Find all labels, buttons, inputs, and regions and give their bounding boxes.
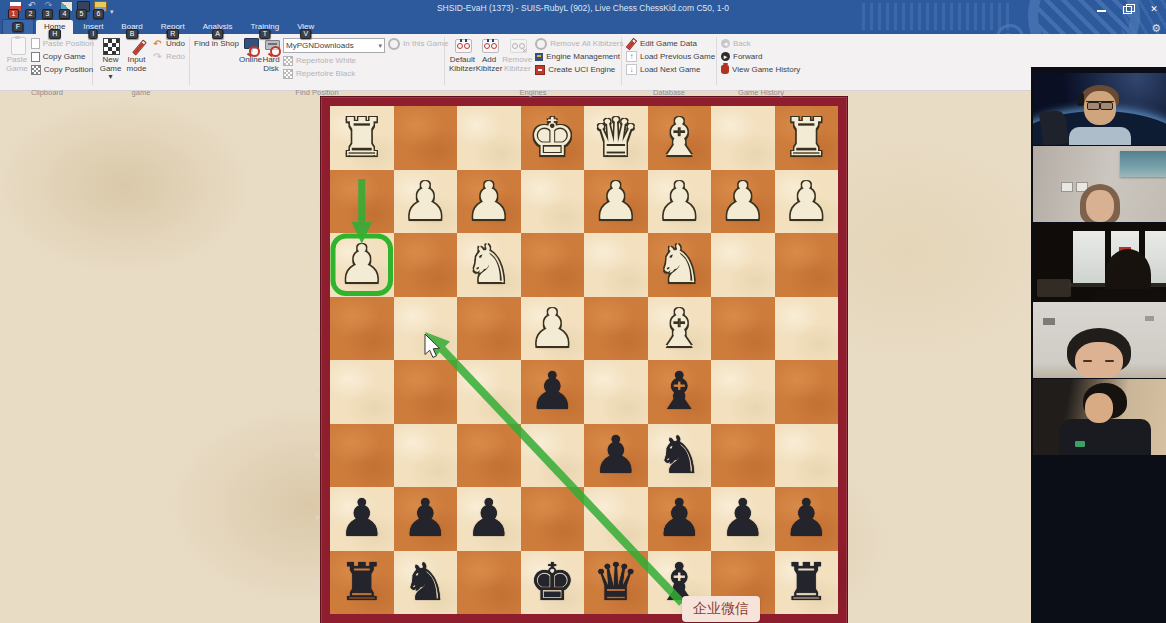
square-h8[interactable]: ♜ bbox=[330, 551, 394, 615]
qat-button-1[interactable]: 1 bbox=[8, 1, 21, 19]
square-c6[interactable]: ♞ bbox=[648, 424, 712, 488]
default-kibitzer-label: Default Kibitzer bbox=[449, 56, 476, 73]
eye bbox=[1105, 360, 1114, 362]
ribbon-tabs: F HomeH InsertI BoardB ReportR AnalysisA… bbox=[2, 19, 322, 34]
quick-access-toolbar: 1 ↶2 ↷3 4 5 6 ▾ bbox=[8, 1, 114, 19]
square-d7[interactable] bbox=[584, 487, 648, 551]
black-pawn: ♟ bbox=[592, 424, 639, 487]
back-button[interactable]: ◂Back bbox=[721, 38, 800, 49]
ring-decoration bbox=[996, 24, 1024, 34]
square-a6[interactable] bbox=[775, 424, 839, 488]
edit-game-data-button[interactable]: Edit Game Data bbox=[626, 38, 715, 49]
group-game: New Game ▾ Input mode ↶Undo ↷Redo game bbox=[94, 35, 188, 98]
kibitzer-remove-icon: ✕ bbox=[510, 39, 527, 53]
repertoire-white-button[interactable]: Repertoire White bbox=[283, 55, 385, 66]
close-button[interactable]: ✕ bbox=[1148, 4, 1160, 14]
arrow-up-icon: ↑ bbox=[626, 51, 637, 62]
board-grid: ♜♚♛♝♜♟♟♟♟♟♟♟♞♞♟♝♟♝♟♞♟♟♟♟♟♟♜♞♚♛♝♜ bbox=[330, 106, 838, 614]
participant-shoulder bbox=[1093, 289, 1166, 301]
white-pawn: ♟ bbox=[656, 170, 703, 233]
find-in-shop-button[interactable]: Find in Shop bbox=[194, 38, 239, 49]
undo-button[interactable]: ↶Undo bbox=[152, 38, 185, 49]
square-g7[interactable]: ♟ bbox=[394, 487, 458, 551]
copy-position-button[interactable]: Copy Position bbox=[31, 64, 94, 75]
white-pawn: ♟ bbox=[783, 170, 830, 233]
qat-keytip-5: 5 bbox=[76, 9, 87, 19]
ribbon: Paste Game Paste Position Copy Game Copy… bbox=[0, 34, 1166, 91]
paste-position-button[interactable]: Paste Position bbox=[31, 38, 94, 49]
qat-keytip-4: 4 bbox=[59, 9, 70, 19]
tab-board-keytip: B bbox=[126, 29, 138, 39]
white-pawn: ♟ bbox=[719, 170, 766, 233]
add-kibitzer-button[interactable]: Add Kibitzer bbox=[476, 36, 503, 73]
group-separator bbox=[716, 37, 717, 85]
square-h3[interactable]: ♟ bbox=[330, 233, 394, 297]
tab-insert-keytip: I bbox=[89, 29, 98, 39]
online-button[interactable]: Online bbox=[239, 36, 262, 65]
white-pawn: ♟ bbox=[465, 170, 512, 233]
video-thumbnail-5[interactable] bbox=[1033, 379, 1166, 455]
black-rook: ♜ bbox=[783, 551, 830, 614]
square-g6[interactable] bbox=[394, 424, 458, 488]
white-pawn: ♟ bbox=[592, 170, 639, 233]
square-f6[interactable] bbox=[457, 424, 521, 488]
arrow-down-icon: ↓ bbox=[626, 64, 637, 75]
white-bishop: ♝ bbox=[656, 106, 703, 169]
glasses bbox=[1086, 101, 1114, 109]
square-h6[interactable] bbox=[330, 424, 394, 488]
video-panel bbox=[1031, 67, 1166, 623]
participant-jacket bbox=[1059, 419, 1151, 455]
chevron-down-icon: ▾ bbox=[379, 42, 383, 50]
square-a4[interactable] bbox=[775, 297, 839, 361]
square-h2[interactable] bbox=[330, 170, 394, 234]
new-game-button[interactable]: New Game ▾ bbox=[97, 36, 124, 82]
square-b4[interactable] bbox=[711, 297, 775, 361]
window-controls: ✕ bbox=[1096, 4, 1160, 14]
tab-insert[interactable]: InsertI bbox=[75, 20, 111, 34]
white-pawn: ♟ bbox=[529, 297, 576, 360]
view-game-history-button[interactable]: View Game History bbox=[721, 64, 800, 75]
black-pawn: ♟ bbox=[719, 487, 766, 550]
square-g5[interactable] bbox=[394, 360, 458, 424]
square-b6[interactable] bbox=[711, 424, 775, 488]
title-bar: 1 ↶2 ↷3 4 5 6 ▾ SHSID-EvaH (1373) - SUIS… bbox=[0, 0, 1166, 34]
kibitzer-add-icon bbox=[482, 39, 499, 53]
square-d2[interactable]: ♟ bbox=[584, 170, 648, 234]
participant-shirt bbox=[1069, 127, 1131, 145]
remove-kibitzer-label: Remove Kibitzer bbox=[502, 56, 532, 73]
qat-button-4[interactable]: 4 bbox=[59, 1, 72, 19]
square-c1[interactable]: ♝ bbox=[648, 106, 712, 170]
kibitzer-icon bbox=[455, 39, 472, 53]
copy-icon bbox=[31, 52, 40, 62]
qat-button-6[interactable]: 6 bbox=[93, 1, 106, 19]
new-game-label: New Game ▾ bbox=[97, 56, 124, 82]
rank-label-5: 5 bbox=[314, 388, 321, 395]
square-g1[interactable] bbox=[394, 106, 458, 170]
white-king: ♚ bbox=[529, 106, 576, 169]
square-c4[interactable]: ♝ bbox=[648, 297, 712, 361]
input-mode-label: Input mode bbox=[124, 56, 149, 73]
rank-label-8: 8 bbox=[314, 579, 321, 586]
paste-game-button[interactable]: Paste Game bbox=[6, 36, 28, 73]
repertoire-black-button[interactable]: Repertoire Black bbox=[283, 68, 385, 79]
square-d1[interactable]: ♛ bbox=[584, 106, 648, 170]
back-circle-icon: ◂ bbox=[721, 39, 730, 48]
white-knight: ♞ bbox=[465, 233, 512, 296]
qat-button-5[interactable]: 5 bbox=[76, 1, 89, 19]
uci-engine-icon bbox=[535, 65, 545, 75]
square-e5[interactable]: ♟ bbox=[521, 360, 585, 424]
load-previous-game-button[interactable]: ↑Load Previous Game bbox=[626, 51, 715, 62]
square-d8[interactable]: ♛ bbox=[584, 551, 648, 615]
black-rook: ♜ bbox=[338, 551, 385, 614]
square-e2[interactable] bbox=[521, 170, 585, 234]
copy-game-button[interactable]: Copy Game bbox=[31, 51, 94, 62]
redo-button[interactable]: ↷Redo bbox=[152, 51, 185, 62]
database-group-label: Database bbox=[623, 88, 715, 97]
square-e3[interactable] bbox=[521, 233, 585, 297]
participant-face bbox=[1086, 190, 1114, 222]
rank-label-3: 3 bbox=[314, 261, 321, 268]
magnifier-icon bbox=[270, 46, 281, 57]
square-c3[interactable]: ♞ bbox=[648, 233, 712, 297]
add-kibitzer-label: Add Kibitzer bbox=[476, 56, 503, 73]
clipboard-group-label: Clipboard bbox=[3, 88, 91, 97]
default-kibitzer-button[interactable]: Default Kibitzer bbox=[449, 36, 476, 73]
video-thumbnail-3[interactable] bbox=[1033, 223, 1166, 301]
white-rook: ♜ bbox=[783, 106, 830, 169]
mini-board-icon bbox=[283, 69, 293, 79]
group-database: Edit Game Data ↑Load Previous Game ↓Load… bbox=[623, 35, 715, 98]
black-bishop: ♝ bbox=[656, 360, 703, 423]
square-a8[interactable]: ♜ bbox=[775, 551, 839, 615]
group-find-position: Find in Shop Online Hard Disk MyPGNDownl… bbox=[191, 35, 443, 98]
window-pane bbox=[1073, 231, 1105, 283]
pencil-icon bbox=[132, 39, 147, 55]
forward-button[interactable]: ▸Forward bbox=[721, 51, 800, 62]
edit-pencil-icon bbox=[626, 37, 638, 49]
wall-object bbox=[1043, 318, 1055, 325]
square-e7[interactable] bbox=[521, 487, 585, 551]
search-icon bbox=[388, 38, 400, 50]
minimize-button[interactable] bbox=[1096, 4, 1108, 14]
square-d3[interactable] bbox=[584, 233, 648, 297]
white-pawn: ♟ bbox=[402, 170, 449, 233]
tab-training-keytip: T bbox=[259, 29, 270, 39]
kibitzers-icon bbox=[535, 38, 547, 50]
tab-analysis[interactable]: AnalysisA bbox=[195, 20, 241, 34]
create-uci-engine-button[interactable]: Create UCI Engine bbox=[535, 64, 623, 75]
engines-group-label: Engines bbox=[446, 88, 620, 97]
tab-view-keytip: V bbox=[300, 29, 312, 39]
white-pawn: ♟ bbox=[338, 233, 385, 296]
input-mode-button[interactable]: Input mode bbox=[124, 36, 149, 73]
wechat-work-watermark: 企业微信 bbox=[682, 596, 760, 622]
black-pawn: ♟ bbox=[783, 487, 830, 550]
square-g3[interactable] bbox=[394, 233, 458, 297]
engine-management-icon bbox=[535, 53, 543, 61]
square-g4[interactable] bbox=[394, 297, 458, 361]
mini-board-icon bbox=[283, 56, 293, 66]
square-d6[interactable]: ♟ bbox=[584, 424, 648, 488]
black-pawn: ♟ bbox=[656, 487, 703, 550]
square-a5[interactable] bbox=[775, 360, 839, 424]
square-e6[interactable] bbox=[521, 424, 585, 488]
white-knight: ♞ bbox=[656, 233, 703, 296]
black-pawn: ♟ bbox=[338, 487, 385, 550]
square-b2[interactable]: ♟ bbox=[711, 170, 775, 234]
square-f5[interactable] bbox=[457, 360, 521, 424]
forward-circle-icon: ▸ bbox=[721, 52, 730, 61]
square-e4[interactable]: ♟ bbox=[521, 297, 585, 361]
copy-position-icon bbox=[31, 65, 41, 75]
square-f3[interactable]: ♞ bbox=[457, 233, 521, 297]
square-e1[interactable]: ♚ bbox=[521, 106, 585, 170]
square-f7[interactable]: ♟ bbox=[457, 487, 521, 551]
qat-keytip-3: 3 bbox=[42, 9, 53, 19]
group-game-history: ◂Back ▸Forward View Game History Game Hi… bbox=[718, 35, 804, 98]
qat-button-2[interactable]: ↶2 bbox=[25, 1, 38, 19]
square-h4[interactable] bbox=[330, 297, 394, 361]
eye bbox=[1083, 360, 1092, 362]
pgn-database-combobox[interactable]: MyPGNDownloads ▾ bbox=[283, 38, 385, 53]
qat-keytip-6: 6 bbox=[93, 9, 104, 19]
engine-management-button[interactable]: Engine Management bbox=[535, 51, 623, 62]
square-f8[interactable] bbox=[457, 551, 521, 615]
clipboard-icon bbox=[11, 37, 26, 55]
square-e8[interactable]: ♚ bbox=[521, 551, 585, 615]
tab-home-keytip: H bbox=[49, 29, 61, 39]
game-history-group-label: Game History bbox=[718, 88, 804, 97]
tab-report[interactable]: ReportR bbox=[153, 20, 193, 34]
black-queen: ♛ bbox=[592, 551, 639, 614]
square-a2[interactable]: ♟ bbox=[775, 170, 839, 234]
file-menu-button[interactable]: F bbox=[2, 19, 34, 34]
square-a3[interactable] bbox=[775, 233, 839, 297]
square-d4[interactable] bbox=[584, 297, 648, 361]
square-h1[interactable]: ♜ bbox=[330, 106, 394, 170]
screen: 1 ↶2 ↷3 4 5 6 ▾ SHSID-EvaH (1373) - SUIS… bbox=[0, 0, 1166, 623]
window-title: SHSID-EvaH (1373) - SUIS-RubyL (902), Li… bbox=[0, 3, 1166, 13]
square-h7[interactable]: ♟ bbox=[330, 487, 394, 551]
square-c5[interactable]: ♝ bbox=[648, 360, 712, 424]
square-c2[interactable]: ♟ bbox=[648, 170, 712, 234]
square-f4[interactable] bbox=[457, 297, 521, 361]
hard-disk-button[interactable]: Hard Disk bbox=[262, 36, 280, 73]
qat-keytip-1: 1 bbox=[8, 9, 19, 19]
white-queen: ♛ bbox=[592, 106, 639, 169]
clipboard-small-icon bbox=[31, 38, 40, 49]
tab-board[interactable]: BoardB bbox=[113, 20, 150, 34]
black-king: ♚ bbox=[529, 551, 576, 614]
white-rook: ♜ bbox=[338, 106, 385, 169]
qat-keytip-2: 2 bbox=[25, 9, 36, 19]
wall-object bbox=[1145, 316, 1154, 321]
rank-label-6: 6 bbox=[314, 452, 321, 459]
white-bishop: ♝ bbox=[656, 297, 703, 360]
group-separator bbox=[189, 37, 190, 85]
participant-face bbox=[1085, 393, 1113, 423]
square-b3[interactable] bbox=[711, 233, 775, 297]
video-thumbnail-4[interactable] bbox=[1033, 302, 1166, 378]
black-pawn: ♟ bbox=[529, 360, 576, 423]
video-thumbnail-2[interactable] bbox=[1033, 146, 1166, 222]
paste-game-label: Paste Game bbox=[6, 56, 28, 73]
game-group-label: game bbox=[94, 88, 188, 97]
undo-arrow-icon: ↶ bbox=[152, 39, 163, 49]
chair bbox=[1039, 109, 1069, 145]
chessboard-icon bbox=[103, 38, 120, 55]
black-pawn: ♟ bbox=[465, 487, 512, 550]
tab-training[interactable]: TrainingT bbox=[243, 20, 288, 34]
tab-view[interactable]: ViewV bbox=[289, 20, 322, 34]
rank-label-4: 4 bbox=[314, 325, 321, 332]
square-b1[interactable] bbox=[711, 106, 775, 170]
square-g2[interactable]: ♟ bbox=[394, 170, 458, 234]
board-window-background: ♜♚♛♝♜♟♟♟♟♟♟♟♞♞♟♝♟♝♟♞♟♟♟♟♟♟♜♞♚♛♝♜ 1234567… bbox=[0, 90, 1031, 623]
square-c7[interactable]: ♟ bbox=[648, 487, 712, 551]
hard-disk-label: Hard Disk bbox=[262, 56, 280, 73]
square-f1[interactable] bbox=[457, 106, 521, 170]
square-a1[interactable]: ♜ bbox=[775, 106, 839, 170]
group-engines: Default Kibitzer Add Kibitzer ✕ Remove K… bbox=[446, 35, 620, 98]
redo-arrow-icon: ↷ bbox=[152, 52, 163, 62]
remove-kibitzer-button[interactable]: ✕ Remove Kibitzer bbox=[502, 36, 532, 73]
tab-report-keytip: R bbox=[167, 29, 179, 39]
square-g8[interactable]: ♞ bbox=[394, 551, 458, 615]
square-f2[interactable]: ♟ bbox=[457, 170, 521, 234]
file-keytip: F bbox=[12, 22, 23, 32]
combo-value: MyPGNDownloads bbox=[286, 41, 376, 50]
black-knight: ♞ bbox=[402, 551, 449, 614]
rank-label-7: 7 bbox=[314, 515, 321, 522]
rank-label-2: 2 bbox=[314, 198, 321, 205]
jacket-logo bbox=[1075, 441, 1085, 447]
tab-home[interactable]: HomeH bbox=[36, 20, 73, 34]
black-knight: ♞ bbox=[656, 424, 703, 487]
qat-button-3[interactable]: ↷3 bbox=[42, 1, 55, 19]
qat-customize-arrow[interactable]: ▾ bbox=[110, 8, 114, 16]
light-switch bbox=[1061, 182, 1073, 192]
video-thumbnail-1[interactable] bbox=[1033, 73, 1166, 145]
find-position-group-label: Find Position bbox=[191, 88, 443, 97]
square-b7[interactable]: ♟ bbox=[711, 487, 775, 551]
wall-painting bbox=[1120, 151, 1166, 177]
load-next-game-button[interactable]: ↓Load Next Game bbox=[626, 64, 715, 75]
headset bbox=[1077, 93, 1084, 106]
square-b5[interactable] bbox=[711, 360, 775, 424]
square-h5[interactable] bbox=[330, 360, 394, 424]
rank-label-1: 1 bbox=[314, 134, 321, 141]
gear-icon[interactable]: ⚙ bbox=[1151, 22, 1161, 35]
chess-board: ♜♚♛♝♜♟♟♟♟♟♟♟♞♞♟♝♟♝♟♞♟♟♟♟♟♟♜♞♚♛♝♜ 1234567… bbox=[321, 97, 847, 623]
restore-button[interactable] bbox=[1122, 4, 1134, 14]
black-pawn: ♟ bbox=[402, 487, 449, 550]
group-clipboard: Paste Game Paste Position Copy Game Copy… bbox=[3, 35, 91, 98]
furniture bbox=[1037, 279, 1071, 297]
tab-analysis-keytip: A bbox=[212, 29, 224, 39]
history-icon bbox=[721, 65, 729, 74]
square-d5[interactable] bbox=[584, 360, 648, 424]
square-a7[interactable]: ♟ bbox=[775, 487, 839, 551]
in-this-game-button[interactable]: In this Game bbox=[388, 38, 442, 49]
remove-all-kibitzers-button[interactable]: Remove All Kibitzers bbox=[535, 38, 623, 49]
